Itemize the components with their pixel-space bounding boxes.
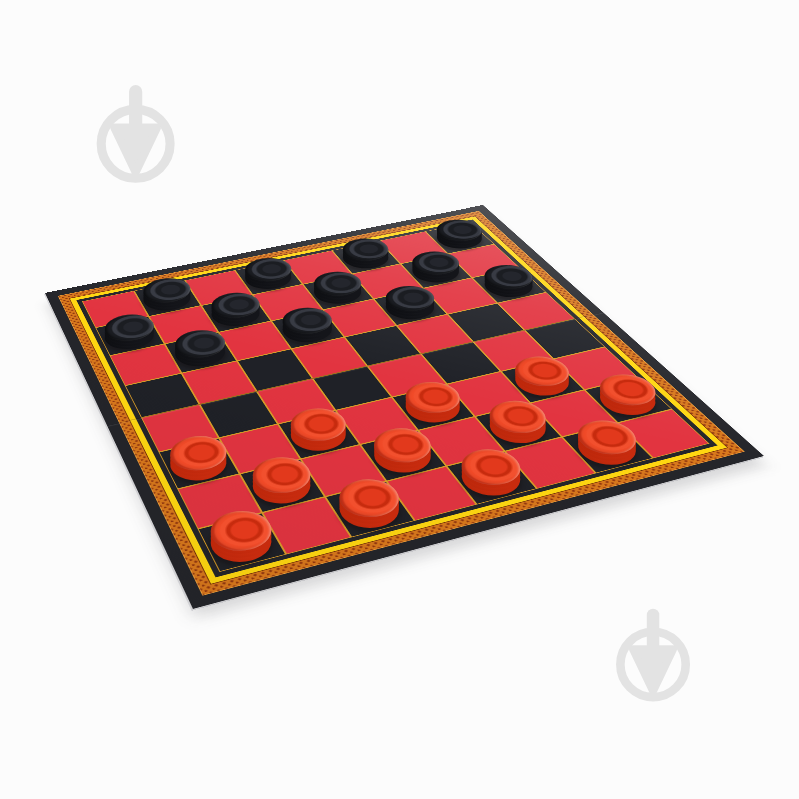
product-photo-scene [0,0,799,799]
pieces-layer [0,0,799,799]
